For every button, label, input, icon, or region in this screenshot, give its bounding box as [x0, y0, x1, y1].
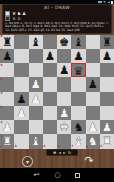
piece-white-pawn: ♟: [29, 77, 43, 91]
square-e6[interactable]: ♟: [57, 63, 71, 77]
square-a8[interactable]: 8♜: [0, 35, 14, 49]
square-h3[interactable]: [100, 106, 114, 120]
piece-black-pawn: ♟: [86, 77, 100, 91]
captured-piece: ♟: [22, 11, 26, 16]
piece-white-rook: ♜: [0, 134, 14, 148]
square-d5[interactable]: [43, 77, 57, 91]
square-h6[interactable]: [100, 63, 114, 77]
android-nav-bar: ↩ ○: [0, 168, 114, 182]
redo-arrow-icon: ↷: [84, 154, 93, 167]
piece-white-bishop: ♝: [29, 134, 43, 148]
square-c8[interactable]: ♝: [29, 35, 43, 49]
piece-black-king: ♚: [57, 35, 71, 49]
square-g1[interactable]: g♞: [86, 134, 100, 148]
square-h7[interactable]: ♟: [100, 49, 114, 63]
square-b8[interactable]: [14, 35, 28, 49]
recents-icon[interactable]: [75, 173, 80, 178]
signal-icon: [107, 1, 110, 3]
square-h8[interactable]: ♜: [100, 35, 114, 49]
square-d4[interactable]: [43, 92, 57, 106]
captured-black-pieces-row: ♞ ♟: [5, 16, 109, 21]
square-b7[interactable]: [14, 49, 28, 63]
square-a5[interactable]: 5: [0, 77, 14, 91]
square-d6[interactable]: [43, 63, 57, 77]
menu-icon[interactable]: ≡: [53, 151, 56, 155]
square-a1[interactable]: 1a♜: [0, 134, 14, 148]
square-f1[interactable]: f♝: [71, 134, 85, 148]
square-e8[interactable]: ♚: [57, 35, 71, 49]
square-h4[interactable]: [100, 92, 114, 106]
piece-white-rook: ♜: [100, 134, 114, 148]
rank-label: 6: [1, 64, 3, 67]
square-g3[interactable]: [86, 106, 100, 120]
square-a7[interactable]: 7♟: [0, 49, 14, 63]
piece-black-pawn: ♟: [71, 49, 85, 63]
square-d7[interactable]: ♟: [43, 49, 57, 63]
square-c6[interactable]: [29, 63, 43, 77]
square-e1[interactable]: e: [57, 134, 71, 148]
piece-black-knight: ♞: [71, 120, 85, 134]
square-f6[interactable]: ♛: [71, 63, 85, 77]
piece-white-pawn: ♟: [57, 106, 71, 120]
square-d2[interactable]: [43, 120, 57, 134]
piece-black-bishop: ♝: [29, 35, 43, 49]
battery-icon: [111, 1, 113, 4]
square-f7[interactable]: ♟: [71, 49, 85, 63]
home-icon[interactable]: ○: [54, 172, 60, 179]
rank-label: 4: [1, 92, 3, 95]
square-b3[interactable]: ♟: [14, 106, 28, 120]
piece-black-pawn: ♟: [0, 49, 14, 63]
square-d3[interactable]: [43, 106, 57, 120]
move-list: 1. d4 Nf6 2. c4 c5 3. dxc5 e6 4. Nc3 Bxc…: [5, 22, 109, 34]
square-b6[interactable]: [14, 63, 28, 77]
square-g5[interactable]: ♟: [86, 77, 100, 91]
square-d8[interactable]: [43, 35, 57, 49]
piece-white-pawn: ♟: [86, 120, 100, 134]
file-label: d: [43, 145, 45, 148]
square-g2[interactable]: ♟: [86, 120, 100, 134]
piece-black-rook: ♜: [0, 35, 14, 49]
square-c2[interactable]: [29, 120, 43, 134]
piece-white-pawn: ♟: [0, 120, 14, 134]
square-h2[interactable]: ♟: [100, 120, 114, 134]
rank-label: 3: [1, 106, 3, 109]
game-info-panel: AI – DRAW ♛ ♞ ♟ ♞ ♟ 1. d4 Nf6 2. c4 c5 3…: [2, 4, 112, 34]
square-b4[interactable]: ♟: [14, 92, 28, 106]
piece-black-pawn: ♟: [14, 92, 28, 106]
square-b5[interactable]: [14, 77, 28, 91]
piece-white-pawn: ♟: [14, 106, 28, 120]
next-move-icon[interactable]: ▸: [63, 151, 65, 155]
file-label: e: [58, 145, 60, 148]
square-a2[interactable]: 2♟: [0, 120, 14, 134]
square-c5[interactable]: ♟: [29, 77, 43, 91]
square-c3[interactable]: [29, 106, 43, 120]
square-f5[interactable]: [71, 77, 85, 91]
piece-black-pawn: ♟: [57, 63, 71, 77]
captured-piece: ♞: [12, 16, 16, 21]
square-b1[interactable]: b: [14, 134, 28, 148]
piece-white-knight: ♞: [86, 134, 100, 148]
piece-white-pawn: ♟: [100, 120, 114, 134]
square-h5[interactable]: [100, 77, 114, 91]
file-label: b: [15, 145, 17, 148]
piece-black-pawn: ♟: [43, 49, 57, 63]
square-e3[interactable]: ♟: [57, 106, 71, 120]
redo-button[interactable]: ↷: [82, 154, 96, 167]
square-h1[interactable]: h♜: [100, 134, 114, 148]
square-e4[interactable]: [57, 92, 71, 106]
square-a4[interactable]: 4: [0, 92, 14, 106]
chess-board[interactable]: 8♜♝♚♝♜7♟♟♟♟6♟♛5♟♟4♟♟3♟♟2♟♚♞♟♟1a♜bc♝def♝g…: [0, 35, 114, 149]
chevron-down-icon: ▾: [26, 159, 29, 165]
piece-white-king: ♚: [57, 120, 71, 134]
replay-icon[interactable]: ↻: [68, 151, 71, 155]
square-f3[interactable]: [71, 106, 85, 120]
piece-black-rook: ♜: [100, 35, 114, 49]
square-f8[interactable]: ♝: [71, 35, 85, 49]
square-f2[interactable]: ♞: [71, 120, 85, 134]
square-c7[interactable]: [29, 49, 43, 63]
square-f4[interactable]: [71, 92, 85, 106]
square-a6[interactable]: 6: [0, 63, 14, 77]
back-icon[interactable]: ↩: [34, 172, 40, 179]
square-e7[interactable]: [57, 49, 71, 63]
piece-white-pawn: ♟: [29, 92, 43, 106]
square-g8[interactable]: [86, 35, 100, 49]
black-player-icon: [5, 16, 10, 21]
piece-black-pawn: ♟: [100, 49, 114, 63]
captured-piece: ♟: [17, 16, 21, 21]
square-g6[interactable]: [86, 63, 100, 77]
square-d1[interactable]: d: [43, 134, 57, 148]
square-g4[interactable]: [86, 92, 100, 106]
rank-label: 5: [1, 78, 3, 81]
square-e5[interactable]: [57, 77, 71, 91]
square-e2[interactable]: ♚: [57, 120, 71, 134]
square-c1[interactable]: c♝: [29, 134, 43, 148]
square-a3[interactable]: 3: [0, 106, 14, 120]
prev-move-icon[interactable]: ◂: [59, 151, 61, 155]
square-c4[interactable]: ♟: [29, 92, 43, 106]
wifi-icon: [103, 1, 106, 3]
square-b2[interactable]: [14, 120, 28, 134]
hint-button[interactable]: ▾: [22, 156, 33, 167]
piece-black-bishop: ♝: [71, 35, 85, 49]
notification-icon: [98, 1, 102, 3]
square-g7[interactable]: [86, 49, 100, 63]
mini-toolbar: ≡ ◂ ▸ ↻: [46, 149, 78, 156]
piece-white-bishop: ♝: [71, 134, 85, 148]
piece-black-queen: ♛: [72, 64, 84, 76]
